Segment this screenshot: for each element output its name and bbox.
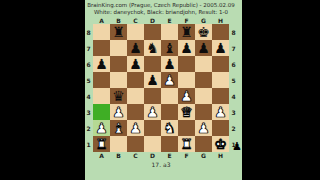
square-g5[interactable] bbox=[195, 72, 212, 88]
square-d5[interactable]: ♟ bbox=[144, 72, 161, 88]
white-pawn: ♟ bbox=[163, 72, 176, 88]
rank-label-6: 6 bbox=[230, 56, 237, 72]
square-c6[interactable]: ♟ bbox=[127, 56, 144, 72]
square-e3[interactable] bbox=[161, 104, 178, 120]
square-a6[interactable]: ♟ bbox=[93, 56, 110, 72]
file-labels-top: ABCDEFGH bbox=[93, 17, 229, 24]
white-pawn: ♟ bbox=[146, 104, 159, 120]
file-label-h: H bbox=[212, 17, 229, 24]
file-label-f: F bbox=[178, 17, 195, 24]
file-label-e: E bbox=[161, 17, 178, 24]
letterbox-right bbox=[242, 0, 320, 180]
square-d8[interactable] bbox=[144, 24, 161, 40]
white-pawn: ♟ bbox=[129, 120, 142, 136]
square-b8[interactable]: ♜ bbox=[110, 24, 127, 40]
black-pawn: ♟ bbox=[129, 40, 142, 56]
file-label-a: A bbox=[93, 152, 110, 159]
black-pawn-icon: ♟ bbox=[232, 141, 242, 153]
square-f3[interactable]: ♛ bbox=[178, 104, 195, 120]
square-d6[interactable] bbox=[144, 56, 161, 72]
rank-labels-right: 87654321 bbox=[230, 24, 237, 152]
square-b2[interactable]: ♝ bbox=[110, 120, 127, 136]
square-c4[interactable] bbox=[127, 88, 144, 104]
header-players-line: White: daneychok, Black: briandjohn, Res… bbox=[85, 9, 237, 16]
square-g1[interactable] bbox=[195, 136, 212, 152]
black-pawn: ♟ bbox=[95, 56, 108, 72]
white-pawn: ♟ bbox=[112, 104, 125, 120]
square-g3[interactable] bbox=[195, 104, 212, 120]
white-king: ♚ bbox=[214, 136, 227, 152]
rank-label-7: 7 bbox=[230, 40, 237, 56]
file-label-d: D bbox=[144, 17, 161, 24]
square-c1[interactable] bbox=[127, 136, 144, 152]
square-b6[interactable] bbox=[110, 56, 127, 72]
square-a7[interactable] bbox=[93, 40, 110, 56]
game-panel: BrainKing.com (Prague, Czech Republic) -… bbox=[85, 0, 242, 180]
square-f6[interactable] bbox=[178, 56, 195, 72]
square-d1[interactable] bbox=[144, 136, 161, 152]
black-king: ♚ bbox=[197, 24, 210, 40]
square-g6[interactable] bbox=[195, 56, 212, 72]
square-d4[interactable] bbox=[144, 88, 161, 104]
square-e7[interactable]: ♝ bbox=[161, 40, 178, 56]
rank-label-2: 2 bbox=[230, 120, 237, 136]
file-label-d: D bbox=[144, 152, 161, 159]
square-a4[interactable] bbox=[93, 88, 110, 104]
square-f4[interactable]: ♟ bbox=[178, 88, 195, 104]
square-d7[interactable]: ♞ bbox=[144, 40, 161, 56]
square-c3[interactable] bbox=[127, 104, 144, 120]
square-c2[interactable]: ♟ bbox=[127, 120, 144, 136]
file-labels-bottom: ABCDEFGH bbox=[93, 152, 229, 159]
white-pawn: ♟ bbox=[214, 104, 227, 120]
rank-label-8: 8 bbox=[230, 24, 237, 40]
white-pawn: ♟ bbox=[180, 88, 193, 104]
letterbox-left bbox=[0, 0, 85, 180]
rank-label-1: 1 bbox=[85, 136, 92, 152]
black-knight: ♞ bbox=[146, 40, 159, 56]
black-pawn: ♟ bbox=[129, 56, 142, 72]
square-h5[interactable] bbox=[212, 72, 229, 88]
black-pawn: ♟ bbox=[197, 40, 210, 56]
square-b3[interactable]: ♟ bbox=[110, 104, 127, 120]
white-knight: ♞ bbox=[163, 120, 176, 136]
square-g2[interactable]: ♟ bbox=[195, 120, 212, 136]
square-h3[interactable]: ♟ bbox=[212, 104, 229, 120]
square-c8[interactable] bbox=[127, 24, 144, 40]
black-rook: ♜ bbox=[180, 24, 193, 40]
file-label-h: H bbox=[212, 152, 229, 159]
chess-board: ♜♜♚♟♞♝♟♟♟♟♟♟♟♟♛♟♟♟♛♟♟♝♟♞♟♜♜♚ bbox=[93, 24, 229, 152]
black-pawn: ♟ bbox=[180, 40, 193, 56]
square-h2[interactable] bbox=[212, 120, 229, 136]
square-e4[interactable] bbox=[161, 88, 178, 104]
square-a3[interactable] bbox=[93, 104, 110, 120]
file-label-c: C bbox=[127, 152, 144, 159]
square-b4[interactable]: ♛ bbox=[110, 88, 127, 104]
white-pawn: ♟ bbox=[197, 120, 210, 136]
black-pawn: ♟ bbox=[214, 40, 227, 56]
square-h7[interactable]: ♟ bbox=[212, 40, 229, 56]
square-a8[interactable] bbox=[93, 24, 110, 40]
file-label-b: B bbox=[110, 17, 127, 24]
square-a2[interactable]: ♟ bbox=[93, 120, 110, 136]
header-event-line: BrainKing.com (Prague, Czech Republic) -… bbox=[85, 2, 237, 9]
square-a5[interactable] bbox=[93, 72, 110, 88]
square-g8[interactable]: ♚ bbox=[195, 24, 212, 40]
square-f1[interactable]: ♜ bbox=[178, 136, 195, 152]
file-label-g: G bbox=[195, 17, 212, 24]
square-a1[interactable]: ♜ bbox=[93, 136, 110, 152]
rank-label-5: 5 bbox=[230, 72, 237, 88]
square-b1[interactable] bbox=[110, 136, 127, 152]
square-c7[interactable]: ♟ bbox=[127, 40, 144, 56]
square-h8[interactable] bbox=[212, 24, 229, 40]
file-label-f: F bbox=[178, 152, 195, 159]
square-g4[interactable] bbox=[195, 88, 212, 104]
rank-label-5: 5 bbox=[85, 72, 92, 88]
black-bishop: ♝ bbox=[163, 40, 176, 56]
square-h6[interactable] bbox=[212, 56, 229, 72]
white-bishop: ♝ bbox=[112, 120, 125, 136]
rank-label-4: 4 bbox=[230, 88, 237, 104]
black-queen: ♛ bbox=[112, 88, 125, 104]
square-h4[interactable] bbox=[212, 88, 229, 104]
square-f2[interactable] bbox=[178, 120, 195, 136]
file-label-b: B bbox=[110, 152, 127, 159]
white-queen: ♛ bbox=[180, 104, 193, 120]
white-pawn: ♟ bbox=[95, 120, 108, 136]
rank-label-7: 7 bbox=[85, 40, 92, 56]
square-e5[interactable]: ♟ bbox=[161, 72, 178, 88]
square-b7[interactable] bbox=[110, 40, 127, 56]
square-c5[interactable] bbox=[127, 72, 144, 88]
move-caption: 17. a3 bbox=[85, 161, 237, 168]
square-g7[interactable]: ♟ bbox=[195, 40, 212, 56]
white-rook: ♜ bbox=[95, 136, 108, 152]
square-d2[interactable] bbox=[144, 120, 161, 136]
file-label-e: E bbox=[161, 152, 178, 159]
black-pawn: ♟ bbox=[163, 56, 176, 72]
square-e1[interactable] bbox=[161, 136, 178, 152]
black-rook: ♜ bbox=[112, 24, 125, 40]
rank-label-4: 4 bbox=[85, 88, 92, 104]
file-label-c: C bbox=[127, 17, 144, 24]
rank-label-6: 6 bbox=[85, 56, 92, 72]
square-f8[interactable]: ♜ bbox=[178, 24, 195, 40]
black-pawn: ♟ bbox=[146, 72, 159, 88]
rank-label-2: 2 bbox=[85, 120, 92, 136]
square-e6[interactable]: ♟ bbox=[161, 56, 178, 72]
rank-label-8: 8 bbox=[85, 24, 92, 40]
square-h1[interactable]: ♚ bbox=[212, 136, 229, 152]
square-e2[interactable]: ♞ bbox=[161, 120, 178, 136]
square-f7[interactable]: ♟ bbox=[178, 40, 195, 56]
rank-label-3: 3 bbox=[85, 104, 92, 120]
square-e8[interactable] bbox=[161, 24, 178, 40]
square-b5[interactable] bbox=[110, 72, 127, 88]
rank-labels-left: 87654321 bbox=[85, 24, 92, 152]
file-label-g: G bbox=[195, 152, 212, 159]
square-d3[interactable]: ♟ bbox=[144, 104, 161, 120]
file-label-a: A bbox=[93, 17, 110, 24]
rank-label-3: 3 bbox=[230, 104, 237, 120]
white-rook: ♜ bbox=[180, 136, 193, 152]
square-f5[interactable] bbox=[178, 72, 195, 88]
